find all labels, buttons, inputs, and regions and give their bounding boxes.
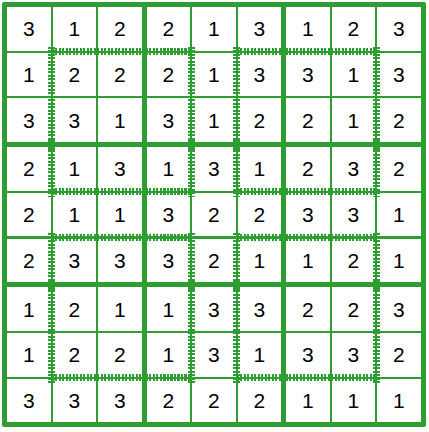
cell-r9c3[interactable]: 3 xyxy=(98,379,142,423)
cell-r6c7[interactable]: 1 xyxy=(286,239,330,283)
cell-r8c5[interactable]: 3 xyxy=(192,333,236,377)
cell-r8c6[interactable]: 1 xyxy=(238,333,282,377)
cell-r8c9[interactable]: 2 xyxy=(377,333,421,377)
cell-r8c1[interactable]: 1 xyxy=(7,333,51,377)
cell-r3c9[interactable]: 2 xyxy=(377,98,421,142)
cell-r9c5[interactable]: 2 xyxy=(192,379,236,423)
cell-r5c3[interactable]: 1 xyxy=(98,193,142,237)
cell-r1c8[interactable]: 2 xyxy=(332,7,376,51)
cell-r9c9[interactable]: 1 xyxy=(377,379,421,423)
cell-r8c4[interactable]: 1 xyxy=(147,333,191,377)
cell-r7c6[interactable]: 3 xyxy=(238,287,282,331)
cell-r3c3[interactable]: 1 xyxy=(98,98,142,142)
cell-r3c8[interactable]: 1 xyxy=(332,98,376,142)
cell-r1c9[interactable]: 3 xyxy=(377,7,421,51)
cell-r5c2[interactable]: 1 xyxy=(53,193,97,237)
cell-r2c5[interactable]: 1 xyxy=(192,53,236,97)
cell-r9c6[interactable]: 2 xyxy=(238,379,282,423)
cell-r5c1[interactable]: 2 xyxy=(7,193,51,237)
cell-r4c1[interactable]: 2 xyxy=(7,147,51,191)
cell-r8c3[interactable]: 2 xyxy=(98,333,142,377)
cell-r6c8[interactable]: 2 xyxy=(332,239,376,283)
cell-r4c4[interactable]: 1 xyxy=(147,147,191,191)
cell-r1c1[interactable]: 3 xyxy=(7,7,51,51)
cell-r7c3[interactable]: 1 xyxy=(98,287,142,331)
cell-r3c7[interactable]: 2 xyxy=(286,98,330,142)
cell-r9c2[interactable]: 3 xyxy=(53,379,97,423)
cell-r7c5[interactable]: 3 xyxy=(192,287,236,331)
cell-r8c8[interactable]: 3 xyxy=(332,333,376,377)
cell-r1c2[interactable]: 1 xyxy=(53,7,97,51)
cell-r4c5[interactable]: 3 xyxy=(192,147,236,191)
cell-r7c9[interactable]: 3 xyxy=(377,287,421,331)
cell-r9c7[interactable]: 1 xyxy=(286,379,330,423)
cell-r6c1[interactable]: 2 xyxy=(7,239,51,283)
cell-r2c8[interactable]: 1 xyxy=(332,53,376,97)
cell-r2c4[interactable]: 2 xyxy=(147,53,191,97)
cell-r6c6[interactable]: 1 xyxy=(238,239,282,283)
cell-r3c1[interactable]: 3 xyxy=(7,98,51,142)
cell-r7c2[interactable]: 2 xyxy=(53,287,97,331)
cell-r7c4[interactable]: 1 xyxy=(147,287,191,331)
cell-r4c3[interactable]: 3 xyxy=(98,147,142,191)
cell-r9c4[interactable]: 2 xyxy=(147,379,191,423)
puzzle-board: 3122131231222133133313122122131312322113… xyxy=(2,2,426,427)
cell-r4c7[interactable]: 2 xyxy=(286,147,330,191)
cell-r1c5[interactable]: 1 xyxy=(192,7,236,51)
cell-r2c2[interactable]: 2 xyxy=(53,53,97,97)
cell-r4c9[interactable]: 2 xyxy=(377,147,421,191)
cell-r7c1[interactable]: 1 xyxy=(7,287,51,331)
cell-r6c9[interactable]: 1 xyxy=(377,239,421,283)
cell-r8c7[interactable]: 3 xyxy=(286,333,330,377)
cell-r5c4[interactable]: 3 xyxy=(147,193,191,237)
cell-r2c1[interactable]: 1 xyxy=(7,53,51,97)
cell-r9c8[interactable]: 1 xyxy=(332,379,376,423)
cell-r4c2[interactable]: 1 xyxy=(53,147,97,191)
cell-r6c3[interactable]: 3 xyxy=(98,239,142,283)
cell-r3c2[interactable]: 3 xyxy=(53,98,97,142)
cell-r6c5[interactable]: 2 xyxy=(192,239,236,283)
cell-r8c2[interactable]: 2 xyxy=(53,333,97,377)
cell-r1c3[interactable]: 2 xyxy=(98,7,142,51)
cell-r2c3[interactable]: 2 xyxy=(98,53,142,97)
cell-r1c7[interactable]: 1 xyxy=(286,7,330,51)
cell-r3c5[interactable]: 1 xyxy=(192,98,236,142)
cell-r5c9[interactable]: 1 xyxy=(377,193,421,237)
cell-r4c6[interactable]: 1 xyxy=(238,147,282,191)
cell-r5c7[interactable]: 3 xyxy=(286,193,330,237)
cell-r2c9[interactable]: 3 xyxy=(377,53,421,97)
cell-r7c7[interactable]: 2 xyxy=(286,287,330,331)
cell-r3c4[interactable]: 3 xyxy=(147,98,191,142)
cell-r5c6[interactable]: 2 xyxy=(238,193,282,237)
cell-r5c8[interactable]: 3 xyxy=(332,193,376,237)
cell-r1c4[interactable]: 2 xyxy=(147,7,191,51)
cell-r7c8[interactable]: 2 xyxy=(332,287,376,331)
cell-r6c4[interactable]: 3 xyxy=(147,239,191,283)
cell-r3c6[interactable]: 2 xyxy=(238,98,282,142)
cell-r9c1[interactable]: 3 xyxy=(7,379,51,423)
cell-r6c2[interactable]: 3 xyxy=(53,239,97,283)
cell-r5c5[interactable]: 2 xyxy=(192,193,236,237)
cell-r4c8[interactable]: 3 xyxy=(332,147,376,191)
cell-r1c6[interactable]: 3 xyxy=(238,7,282,51)
cell-r2c7[interactable]: 3 xyxy=(286,53,330,97)
cell-r2c6[interactable]: 3 xyxy=(238,53,282,97)
